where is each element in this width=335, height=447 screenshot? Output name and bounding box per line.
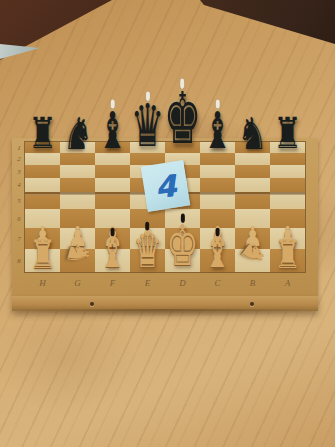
black-queen: ♛ [130, 96, 164, 155]
rank-label-2: 2 [14, 155, 24, 163]
piece-finial-light [181, 79, 185, 89]
black-knight: ♞ [237, 111, 267, 155]
black-king: ♚ [164, 84, 202, 155]
board-square-h3 [25, 165, 60, 178]
rank-label-6: 6 [14, 215, 24, 223]
file-label-g: G [68, 278, 88, 288]
piece-finial-dark [111, 228, 115, 236]
rank-label-3: 3 [14, 168, 24, 176]
file-label-h: H [33, 278, 53, 288]
board-square-c4 [200, 178, 235, 192]
white-queen: ♛ [133, 226, 163, 274]
file-label-f: F [103, 278, 123, 288]
hinge-screw [250, 302, 254, 306]
board-square-f3 [95, 165, 130, 178]
lot-number: 4 [153, 168, 177, 205]
board-square-h4 [25, 178, 60, 192]
board-square-b4 [235, 178, 270, 192]
file-label-e: E [138, 278, 158, 288]
photo-scene: HGFEDCBA12345678 ♜♞♝♛♚♝♞♜♟♟♟♟♟♟♟♟♜♞♝♛♚♝♞… [0, 0, 335, 447]
file-label-c: C [208, 278, 228, 288]
rank-label-8: 8 [14, 257, 24, 265]
board-square-a3 [270, 165, 305, 178]
board-square-b3 [235, 165, 270, 178]
black-knight: ♞ [62, 111, 92, 155]
piece-finial-dark [181, 214, 185, 223]
white-king: ♚ [166, 218, 198, 274]
board-square-g4 [60, 178, 95, 192]
board-square-f4 [95, 178, 130, 192]
lot-note-paper: 4 [141, 160, 191, 212]
rank-label-1: 1 [14, 144, 24, 152]
rank-label-4: 4 [14, 181, 24, 189]
rank-label-7: 7 [14, 235, 24, 243]
board-square-a4 [270, 178, 305, 192]
white-rook: ♜ [274, 235, 301, 274]
rank-label-5: 5 [14, 197, 24, 205]
black-rook: ♜ [28, 112, 57, 155]
file-label-b: B [243, 278, 263, 288]
black-rook: ♜ [273, 112, 302, 155]
white-rook: ♜ [29, 235, 56, 274]
piece-finial-dark [146, 222, 150, 231]
black-bishop: ♝ [97, 104, 127, 155]
white-bishop: ♝ [99, 232, 126, 274]
black-bishop: ♝ [202, 104, 232, 155]
piece-finial-dark [216, 228, 220, 236]
white-bishop: ♝ [204, 232, 231, 274]
board-square-g3 [60, 165, 95, 178]
board-shadow [10, 309, 320, 317]
piece-finial-light [110, 100, 114, 109]
board-square-c3 [200, 165, 235, 178]
hinge-screw [90, 302, 94, 306]
file-label-a: A [278, 278, 298, 288]
piece-finial-light [145, 91, 149, 100]
piece-finial-light [215, 100, 219, 109]
file-label-d: D [173, 278, 193, 288]
